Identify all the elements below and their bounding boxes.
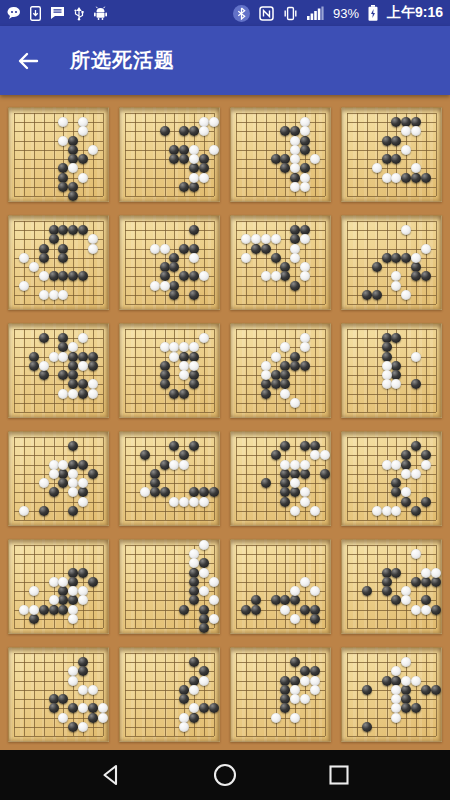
white-stone — [140, 487, 150, 497]
problem-thumbnail[interactable] — [8, 647, 109, 742]
board-grid-line — [214, 437, 215, 521]
white-stone — [199, 540, 209, 550]
white-stone — [431, 568, 441, 578]
board-grid-line — [426, 329, 427, 413]
problem-thumbnail[interactable] — [8, 323, 109, 418]
white-stone — [411, 163, 421, 173]
white-stone — [68, 163, 78, 173]
board-grid-line — [406, 329, 407, 413]
board-grid-line — [347, 662, 436, 663]
board-grid-line — [236, 437, 325, 438]
black-stone — [261, 244, 271, 254]
nfc-icon — [259, 6, 274, 21]
board-grid-line — [125, 554, 214, 555]
board-grid-line — [14, 671, 103, 672]
white-stone — [19, 506, 29, 516]
board-grid-line — [236, 304, 325, 305]
black-stone — [280, 441, 290, 451]
white-stone — [401, 290, 411, 300]
board-grid-line — [347, 196, 436, 197]
board-grid-line — [14, 221, 103, 222]
board-grid-line — [103, 653, 104, 737]
black-stone — [78, 225, 88, 235]
black-stone — [401, 703, 411, 713]
white-stone — [280, 342, 290, 352]
white-stone — [391, 666, 401, 676]
black-stone — [189, 441, 199, 451]
black-stone — [179, 605, 189, 615]
white-stone — [179, 342, 189, 352]
board-grid-line — [347, 221, 348, 305]
board-grid-line — [103, 329, 104, 413]
board-grid-line — [347, 394, 436, 395]
black-stone — [68, 722, 78, 732]
problem-thumbnail[interactable] — [230, 647, 331, 742]
black-stone — [290, 487, 300, 497]
board-grid-line — [276, 653, 277, 737]
black-stone — [189, 225, 199, 235]
white-stone — [19, 605, 29, 615]
board-grid-line — [347, 304, 436, 305]
black-stone — [280, 703, 290, 713]
black-stone — [271, 379, 281, 389]
problem-thumbnail[interactable] — [230, 323, 331, 418]
board-grid-line — [436, 113, 437, 197]
board-grid-line — [347, 736, 436, 737]
black-stone — [78, 666, 88, 676]
white-stone — [78, 703, 88, 713]
white-stone — [39, 290, 49, 300]
white-stone — [49, 469, 59, 479]
board-grid-line — [135, 113, 136, 197]
white-stone — [58, 713, 68, 723]
black-stone — [58, 478, 68, 488]
problem-thumbnail[interactable] — [230, 431, 331, 526]
board-grid-line — [436, 221, 437, 305]
board-grid-line — [347, 403, 436, 404]
board-grid-line — [436, 329, 437, 413]
problem-thumbnail[interactable] — [119, 539, 220, 634]
white-stone — [300, 676, 310, 686]
board-grid-line — [14, 329, 103, 330]
white-stone — [199, 271, 209, 281]
white-stone — [160, 281, 170, 291]
black-stone — [179, 154, 189, 164]
board-grid-line — [204, 653, 205, 737]
board-grid-line — [347, 230, 436, 231]
board-grid-line — [14, 159, 103, 160]
board-grid-line — [325, 653, 326, 737]
board-grid-line — [14, 619, 103, 620]
problem-thumbnail[interactable] — [119, 215, 220, 310]
white-stone — [300, 126, 310, 136]
board-grid-line — [347, 113, 348, 197]
board-grid-line — [204, 437, 205, 521]
board-grid-line — [236, 582, 325, 583]
white-stone — [290, 694, 300, 704]
board-grid-line — [357, 437, 358, 521]
board-grid-line — [236, 437, 237, 521]
white-stone — [391, 379, 401, 389]
board-grid-line — [347, 554, 436, 555]
white-stone — [401, 225, 411, 235]
black-stone — [310, 614, 320, 624]
white-stone — [411, 549, 421, 559]
board-grid-line — [347, 520, 436, 521]
problem-thumbnail[interactable] — [119, 431, 220, 526]
white-stone — [68, 487, 78, 497]
board-grid-line — [347, 563, 436, 564]
white-stone — [300, 694, 310, 704]
board-grid-line — [347, 187, 436, 188]
board-grid-line — [125, 437, 214, 438]
white-stone — [280, 460, 290, 470]
board-grid-line — [155, 545, 156, 629]
board-grid-line — [54, 329, 55, 413]
problem-thumbnail[interactable] — [341, 107, 442, 202]
white-stone — [189, 342, 199, 352]
white-stone — [411, 253, 421, 263]
board-grid-line — [14, 563, 103, 564]
board-grid-line — [125, 113, 214, 114]
board-grid-line — [125, 699, 214, 700]
board-grid-line — [93, 221, 94, 305]
board-grid-line — [125, 653, 214, 654]
board-grid-line — [165, 545, 166, 629]
board-grid-line — [426, 113, 427, 197]
black-stone — [391, 487, 401, 497]
black-stone — [372, 262, 382, 272]
problem-thumbnail[interactable] — [8, 215, 109, 310]
black-stone — [280, 271, 290, 281]
black-stone — [431, 577, 441, 587]
black-stone — [189, 290, 199, 300]
white-stone — [189, 497, 199, 507]
board-grid-line — [135, 545, 136, 629]
board-grid-line — [14, 736, 103, 737]
back-arrow-icon[interactable] — [16, 48, 42, 74]
black-stone — [382, 253, 392, 263]
white-stone — [78, 497, 88, 507]
board-grid-line — [125, 690, 214, 691]
white-stone — [160, 342, 170, 352]
problem-thumbnail[interactable] — [341, 431, 442, 526]
board-grid-line — [256, 221, 257, 305]
board-grid-line — [103, 113, 104, 197]
board-grid-line — [325, 329, 326, 413]
white-stone — [391, 460, 401, 470]
white-stone — [169, 497, 179, 507]
problem-thumbnail[interactable] — [230, 539, 331, 634]
white-stone — [300, 497, 310, 507]
white-stone — [78, 685, 88, 695]
black-stone — [391, 136, 401, 146]
black-stone — [271, 450, 281, 460]
white-stone — [209, 145, 219, 155]
white-stone — [382, 379, 392, 389]
board-grid-line — [377, 113, 378, 197]
white-stone — [169, 460, 179, 470]
white-stone — [58, 136, 68, 146]
problem-thumbnail[interactable] — [341, 215, 442, 310]
board-grid-line — [14, 113, 15, 197]
black-stone — [411, 173, 421, 183]
board-grid-line — [145, 545, 146, 629]
board-grid-line — [165, 113, 166, 197]
board-grid-line — [184, 437, 185, 521]
board-grid-line — [377, 329, 378, 413]
board-grid-line — [325, 113, 326, 197]
white-stone — [209, 117, 219, 127]
black-stone — [382, 154, 392, 164]
board-grid-line — [125, 511, 214, 512]
black-stone — [199, 703, 209, 713]
white-stone — [251, 234, 261, 244]
problems-grid — [0, 95, 450, 750]
white-stone — [49, 595, 59, 605]
white-stone — [49, 352, 59, 362]
board-grid-line — [315, 221, 316, 305]
phone-screen: 93% 上午9:16 所选死活题 — [0, 0, 450, 800]
board-grid-line — [236, 178, 325, 179]
white-stone — [401, 469, 411, 479]
white-stone — [179, 370, 189, 380]
black-stone — [271, 154, 281, 164]
board-grid-line — [256, 653, 257, 737]
black-stone — [431, 685, 441, 695]
white-stone — [421, 605, 431, 615]
board-grid-line — [34, 113, 35, 197]
black-stone — [49, 234, 59, 244]
problem-thumbnail[interactable] — [119, 107, 220, 202]
board-grid-line — [214, 653, 215, 737]
white-stone — [411, 605, 421, 615]
board-grid-line — [14, 545, 103, 546]
white-stone — [241, 234, 251, 244]
problem-thumbnail[interactable] — [341, 647, 442, 742]
board-grid-line — [236, 122, 325, 123]
white-stone — [39, 361, 49, 371]
signal-bars-icon — [307, 6, 324, 20]
white-stone — [189, 703, 199, 713]
white-stone — [189, 558, 199, 568]
board-grid-line — [125, 718, 214, 719]
black-stone — [300, 605, 310, 615]
board-grid-line — [246, 653, 247, 737]
black-stone — [39, 370, 49, 380]
board-grid-line — [44, 653, 45, 737]
nav-back-button[interactable] — [97, 761, 125, 789]
white-stone — [88, 389, 98, 399]
board-grid-line — [155, 653, 156, 737]
board-grid-line — [236, 545, 237, 629]
board-grid-line — [266, 653, 267, 737]
board-grid-line — [236, 221, 237, 305]
board-grid-line — [347, 653, 348, 737]
white-stone — [179, 722, 189, 732]
white-stone — [382, 173, 392, 183]
white-stone — [310, 506, 320, 516]
black-stone — [431, 605, 441, 615]
white-stone — [78, 126, 88, 136]
white-stone — [241, 253, 251, 263]
sms-icon — [50, 6, 65, 20]
problem-thumbnail[interactable] — [8, 107, 109, 202]
board-grid-line — [315, 329, 316, 413]
black-stone — [58, 225, 68, 235]
black-stone — [290, 657, 300, 667]
black-stone — [372, 290, 382, 300]
white-stone — [310, 586, 320, 596]
white-stone — [199, 676, 209, 686]
black-stone — [411, 379, 421, 389]
board-grid-line — [236, 662, 325, 663]
board-grid-line — [236, 338, 325, 339]
white-stone — [78, 173, 88, 183]
white-stone — [271, 271, 281, 281]
board-grid-line — [347, 267, 436, 268]
problem-thumbnail[interactable] — [8, 539, 109, 634]
problem-thumbnail[interactable] — [119, 647, 220, 742]
nav-home-button[interactable] — [211, 761, 239, 789]
black-stone — [209, 487, 219, 497]
board-grid-line — [125, 141, 214, 142]
white-stone — [78, 361, 88, 371]
black-stone — [271, 595, 281, 605]
white-stone — [49, 290, 59, 300]
white-stone — [169, 352, 179, 362]
board-grid-line — [347, 150, 436, 151]
board-grid-line — [236, 554, 325, 555]
board-grid-line — [145, 221, 146, 305]
black-stone — [411, 506, 421, 516]
white-stone — [421, 460, 431, 470]
board-grid-line — [347, 412, 436, 413]
white-stone — [382, 460, 392, 470]
white-stone — [290, 506, 300, 516]
problem-thumbnail[interactable] — [8, 431, 109, 526]
phone-download-icon — [30, 6, 41, 21]
board-grid-line — [24, 653, 25, 737]
problem-thumbnail[interactable] — [119, 323, 220, 418]
board-grid-line — [426, 437, 427, 521]
board-grid-line — [246, 329, 247, 413]
white-stone — [372, 163, 382, 173]
black-stone — [290, 595, 300, 605]
board-grid-line — [276, 437, 277, 521]
black-stone — [411, 271, 421, 281]
board-grid-line — [125, 239, 214, 240]
black-stone — [169, 441, 179, 451]
board-grid-line — [14, 267, 103, 268]
white-stone — [58, 117, 68, 127]
white-stone — [290, 713, 300, 723]
board-grid-line — [125, 455, 214, 456]
board-grid-line — [236, 286, 325, 287]
board-grid-line — [266, 545, 267, 629]
board-grid-line — [347, 619, 436, 620]
black-stone — [382, 136, 392, 146]
android-robot-icon — [93, 6, 108, 20]
board-grid-line — [347, 727, 436, 728]
black-stone — [49, 703, 59, 713]
board-grid-line — [347, 239, 436, 240]
black-stone — [169, 290, 179, 300]
black-stone — [362, 290, 372, 300]
nav-bar — [0, 750, 450, 800]
board-grid-line — [347, 221, 436, 222]
bluetooth-icon — [233, 5, 250, 22]
white-stone — [68, 614, 78, 624]
black-stone — [58, 271, 68, 281]
white-stone — [39, 271, 49, 281]
white-stone — [261, 234, 271, 244]
board-grid-line — [34, 653, 35, 737]
board-grid-line — [347, 437, 436, 438]
white-stone — [78, 595, 88, 605]
problem-thumbnail[interactable] — [341, 539, 442, 634]
board-grid-line — [276, 545, 277, 629]
black-stone — [179, 271, 189, 281]
black-stone — [88, 713, 98, 723]
white-stone — [78, 478, 88, 488]
problem-thumbnail[interactable] — [230, 215, 331, 310]
white-stone — [19, 281, 29, 291]
black-stone — [391, 117, 401, 127]
black-stone — [58, 370, 68, 380]
board-grid-line — [236, 545, 325, 546]
board-grid-line — [125, 221, 214, 222]
black-stone — [58, 182, 68, 192]
white-stone — [29, 262, 39, 272]
white-stone — [411, 352, 421, 362]
white-stone — [199, 333, 209, 343]
board-grid-line — [256, 437, 257, 521]
white-stone — [310, 450, 320, 460]
black-stone — [88, 361, 98, 371]
black-stone — [29, 361, 39, 371]
black-stone — [209, 703, 219, 713]
battery-percent: 93% — [333, 6, 359, 21]
black-stone — [271, 253, 281, 263]
white-stone — [290, 478, 300, 488]
white-stone — [411, 676, 421, 686]
board-grid-line — [246, 113, 247, 197]
board-grid-line — [125, 600, 214, 601]
board-grid-line — [236, 187, 325, 188]
white-stone — [300, 271, 310, 281]
board-grid-line — [14, 131, 103, 132]
problem-thumbnail[interactable] — [230, 107, 331, 202]
black-stone — [179, 182, 189, 192]
black-stone — [39, 253, 49, 263]
problem-thumbnail[interactable] — [341, 323, 442, 418]
nav-recents-button[interactable] — [325, 761, 353, 789]
white-stone — [320, 450, 330, 460]
white-stone — [421, 568, 431, 578]
white-stone — [29, 586, 39, 596]
black-stone — [261, 478, 271, 488]
board-grid-line — [125, 230, 214, 231]
board-grid-line — [145, 653, 146, 737]
black-stone — [382, 586, 392, 596]
board-grid-line — [357, 545, 358, 629]
board-grid-line — [347, 131, 436, 132]
black-stone — [169, 262, 179, 272]
white-stone — [189, 173, 199, 183]
board-grid-line — [14, 412, 103, 413]
white-stone — [300, 342, 310, 352]
